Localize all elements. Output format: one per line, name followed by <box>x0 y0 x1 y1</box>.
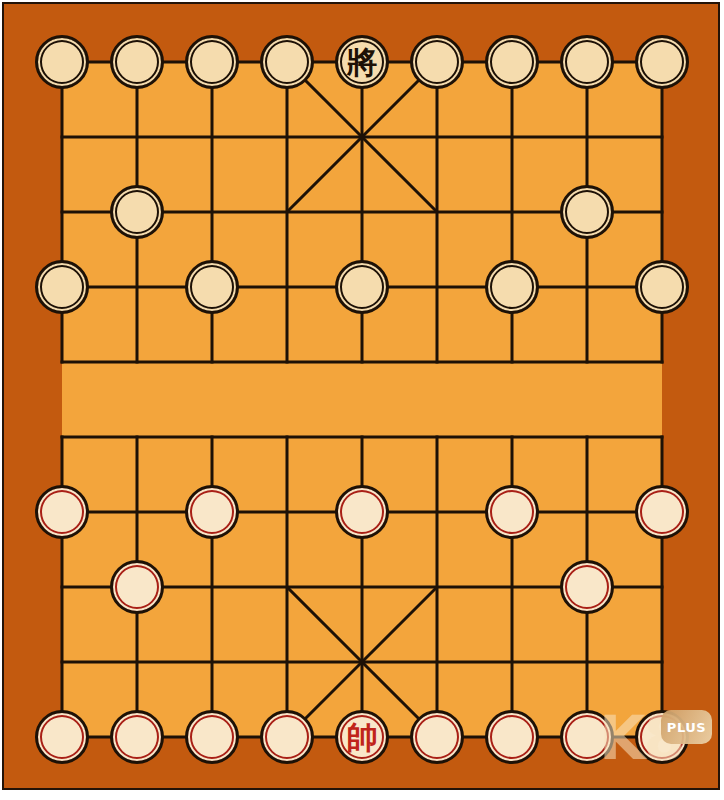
piece-black-horse[interactable] <box>110 35 164 89</box>
piece-glyph: 帥 <box>347 722 378 753</box>
piece-red-soldier[interactable] <box>185 485 239 539</box>
piece-black-horse[interactable] <box>560 35 614 89</box>
piece-red-advisor[interactable] <box>410 710 464 764</box>
piece-red-advisor[interactable] <box>260 710 314 764</box>
piece-red-chariot[interactable] <box>35 710 89 764</box>
piece-red-soldier[interactable] <box>485 485 539 539</box>
piece-black-chariot[interactable] <box>35 35 89 89</box>
piece-red-general[interactable]: 帥 <box>335 710 389 764</box>
piece-black-advisor[interactable] <box>410 35 464 89</box>
piece-red-cannon[interactable] <box>110 560 164 614</box>
piece-black-elephant[interactable] <box>185 35 239 89</box>
xiangqi-board-screenshot: 將帥 K8 PLUS <box>0 0 724 800</box>
piece-red-soldier[interactable] <box>635 485 689 539</box>
watermark-plus-badge: PLUS <box>661 710 712 744</box>
piece-black-elephant[interactable] <box>485 35 539 89</box>
piece-red-soldier[interactable] <box>335 485 389 539</box>
piece-red-elephant[interactable] <box>185 710 239 764</box>
piece-red-horse[interactable] <box>110 710 164 764</box>
piece-black-chariot[interactable] <box>635 35 689 89</box>
piece-black-soldier[interactable] <box>35 260 89 314</box>
piece-glyph: 將 <box>347 47 378 78</box>
piece-black-soldier[interactable] <box>485 260 539 314</box>
piece-black-soldier[interactable] <box>635 260 689 314</box>
piece-red-soldier[interactable] <box>35 485 89 539</box>
piece-black-soldier[interactable] <box>185 260 239 314</box>
piece-black-advisor[interactable] <box>260 35 314 89</box>
piece-black-general[interactable]: 將 <box>335 35 389 89</box>
piece-red-cannon[interactable] <box>560 560 614 614</box>
piece-red-elephant[interactable] <box>485 710 539 764</box>
piece-black-cannon[interactable] <box>110 185 164 239</box>
pieces-grid: 將帥 <box>25 25 700 775</box>
piece-black-soldier[interactable] <box>335 260 389 314</box>
piece-black-cannon[interactable] <box>560 185 614 239</box>
